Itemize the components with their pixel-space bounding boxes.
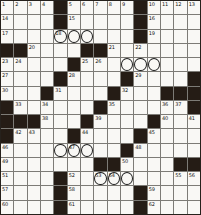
cell-r11c8[interactable]: [94, 144, 106, 157]
cell-r14c2[interactable]: [14, 186, 26, 199]
clue-number: 35: [109, 101, 115, 107]
cell-r3c5[interactable]: 18: [54, 30, 66, 43]
cell-r11c11[interactable]: 48: [134, 144, 146, 157]
clue-number: 47: [69, 144, 75, 150]
clue-number: 33: [15, 101, 21, 107]
cell-r10c4[interactable]: [41, 129, 53, 142]
block-r7c4: [41, 87, 53, 100]
cell-r6c7[interactable]: [81, 72, 93, 85]
cell-r5c9[interactable]: [108, 58, 120, 71]
cell-r3c14[interactable]: [174, 30, 186, 43]
cell-r2c13[interactable]: [161, 15, 173, 28]
cell-r13c11[interactable]: [134, 172, 146, 185]
circle-marker: [121, 58, 133, 71]
clue-number: 14: [2, 15, 8, 21]
cell-r4c10[interactable]: [121, 44, 133, 57]
cell-r8c6[interactable]: [68, 101, 80, 114]
cell-r3c4[interactable]: [41, 30, 53, 43]
cell-r13c15[interactable]: 56: [188, 172, 200, 185]
clue-number: 55: [175, 172, 181, 178]
cell-r10c5[interactable]: [54, 129, 66, 142]
cell-r6c6[interactable]: 28: [68, 72, 80, 85]
block-r15c5: [54, 201, 66, 214]
block-r10c6: [68, 129, 80, 142]
cell-r14c8[interactable]: [94, 186, 106, 199]
clue-number: 13: [189, 1, 195, 7]
cell-r10c14[interactable]: [174, 129, 186, 142]
clue-number: 56: [189, 172, 195, 178]
clue-number: 60: [2, 201, 8, 207]
clue-number: 2: [15, 1, 18, 7]
cell-r14c15[interactable]: [188, 186, 200, 199]
cell-r10c10[interactable]: [121, 129, 133, 142]
cell-r2c7[interactable]: [81, 15, 93, 28]
clue-number: 4: [42, 1, 45, 7]
clue-number: 53: [95, 172, 101, 178]
cell-r7c3[interactable]: [28, 87, 40, 100]
cell-r10c8[interactable]: [94, 129, 106, 142]
cell-r13c1[interactable]: 51: [1, 172, 13, 185]
cell-r4c15[interactable]: [188, 44, 200, 57]
cell-r8c4[interactable]: 34: [41, 101, 53, 114]
block-r7c13: [161, 87, 173, 100]
cell-r9c10[interactable]: [121, 115, 133, 128]
clue-number: 3: [29, 1, 32, 7]
cell-r15c13[interactable]: [161, 201, 173, 214]
block-r12c9: [108, 158, 120, 171]
cell-r11c6[interactable]: 47: [68, 144, 80, 157]
cell-r13c2[interactable]: [14, 172, 26, 185]
cell-r14c12[interactable]: 59: [148, 186, 160, 199]
clue-number: 42: [15, 129, 21, 135]
cell-r3c10[interactable]: [121, 30, 133, 43]
circle-marker: [54, 144, 66, 157]
clue-number: 16: [149, 15, 155, 21]
cell-r5c4[interactable]: [41, 58, 53, 71]
cell-r2c9[interactable]: [108, 15, 120, 28]
cell-r13c6[interactable]: 52: [68, 172, 80, 185]
cell-r5c14[interactable]: [174, 58, 186, 71]
cell-r10c2[interactable]: 42: [14, 129, 26, 142]
cell-r6c3[interactable]: [28, 72, 40, 85]
cell-r12c5[interactable]: [54, 158, 66, 171]
cell-r11c5[interactable]: [54, 144, 66, 157]
cell-r7c10[interactable]: 32: [121, 87, 133, 100]
cell-r1c3[interactable]: 3: [28, 1, 40, 14]
cell-r6c4[interactable]: [41, 72, 53, 85]
block-r9c12: [148, 115, 160, 128]
circle-marker: [134, 58, 146, 71]
cell-r7c2[interactable]: [14, 87, 26, 100]
cell-r7c7[interactable]: [81, 87, 93, 100]
block-r4c1: [1, 44, 13, 57]
cell-r8c2[interactable]: 33: [14, 101, 26, 114]
cell-r13c8[interactable]: 53: [94, 172, 106, 185]
cell-r3c15[interactable]: [188, 30, 200, 43]
cell-r13c13[interactable]: [161, 172, 173, 185]
clue-number: 8: [109, 1, 112, 7]
cell-r2c15[interactable]: [188, 15, 200, 28]
cell-r8c14[interactable]: 37: [174, 101, 186, 114]
cell-r12c6[interactable]: [68, 158, 80, 171]
block-r12c14: [174, 158, 186, 171]
cell-r13c7[interactable]: [81, 172, 93, 185]
cell-r12c7[interactable]: [81, 158, 93, 171]
cell-r9c4[interactable]: 38: [41, 115, 53, 128]
crossword-grid: 1234567891011121314151617181920212223242…: [0, 0, 201, 215]
clue-number: 11: [162, 1, 168, 7]
cell-r1c10[interactable]: 9: [121, 1, 133, 14]
clue-number: 27: [2, 72, 8, 78]
cell-r12c4[interactable]: [41, 158, 53, 171]
cell-r2c10[interactable]: [121, 15, 133, 28]
cell-r5c5[interactable]: [54, 58, 66, 71]
block-r9c2: [14, 115, 26, 128]
clue-number: 23: [2, 58, 8, 64]
cell-r6c9[interactable]: [108, 72, 120, 85]
cell-r2c2[interactable]: [14, 15, 26, 28]
block-r2c5: [54, 15, 66, 28]
clue-number: 9: [122, 1, 125, 7]
cell-r15c3[interactable]: [28, 201, 40, 214]
clue-number: 62: [149, 201, 155, 207]
cell-r12c10[interactable]: 50: [121, 158, 133, 171]
cell-r9c13[interactable]: 40: [161, 115, 173, 128]
cell-r6c12[interactable]: [148, 72, 160, 85]
block-r2c11: [134, 15, 146, 28]
cell-r6c2[interactable]: [14, 72, 26, 85]
cell-r2c3[interactable]: [28, 15, 40, 28]
cell-r15c8[interactable]: [94, 201, 106, 214]
cell-r5c15[interactable]: [188, 58, 200, 71]
cell-r9c5[interactable]: [54, 115, 66, 128]
cell-r4c14[interactable]: [174, 44, 186, 57]
clue-number: 44: [82, 129, 88, 135]
cell-r10c7[interactable]: 44: [81, 129, 93, 142]
cell-r6c8[interactable]: [94, 72, 106, 85]
cell-r9c15[interactable]: 41: [188, 115, 200, 128]
cell-r8c7[interactable]: [81, 101, 93, 114]
cell-r3c6[interactable]: [68, 30, 80, 43]
clue-number: 19: [149, 30, 155, 36]
cell-r3c3[interactable]: [28, 30, 40, 43]
cell-r8c3[interactable]: [28, 101, 40, 114]
cell-r5c3[interactable]: [28, 58, 40, 71]
cell-r13c14[interactable]: 55: [174, 172, 186, 185]
cell-r7c11[interactable]: [134, 87, 146, 100]
clue-number: 28: [69, 72, 75, 78]
clue-number: 26: [95, 58, 101, 64]
clue-number: 50: [122, 158, 128, 164]
cell-r13c4[interactable]: [41, 172, 53, 185]
clue-number: 25: [82, 58, 88, 64]
block-r6c5: [54, 72, 66, 85]
cell-r2c14[interactable]: [174, 15, 186, 28]
cell-r9c14[interactable]: [174, 115, 186, 128]
cell-r5c12[interactable]: [148, 58, 160, 71]
cell-r3c9[interactable]: [108, 30, 120, 43]
clue-number: 52: [69, 172, 75, 178]
cell-r2c8[interactable]: [94, 15, 106, 28]
cell-r9c8[interactable]: 39: [94, 115, 106, 128]
block-r11c10: [121, 144, 133, 157]
cell-r8c5[interactable]: [54, 101, 66, 114]
cell-r14c10[interactable]: [121, 186, 133, 199]
cell-r6c14[interactable]: [174, 72, 186, 85]
block-r14c5: [54, 186, 66, 199]
circle-marker: [68, 30, 80, 43]
clue-number: 39: [95, 115, 101, 121]
clue-number: 24: [15, 58, 21, 64]
cell-r8c10[interactable]: [121, 101, 133, 114]
clue-number: 37: [175, 101, 181, 107]
cell-r1c4[interactable]: 4: [41, 1, 53, 14]
block-r10c11: [134, 129, 146, 142]
block-r4c7: [81, 44, 93, 57]
cell-r1c6[interactable]: 5: [68, 1, 80, 14]
cell-r4c3[interactable]: 20: [28, 44, 40, 57]
cell-r3c8[interactable]: [94, 30, 106, 43]
block-r1c11: [134, 1, 146, 14]
clue-number: 57: [2, 186, 8, 192]
cell-r1c8[interactable]: 7: [94, 1, 106, 14]
cell-r1c14[interactable]: 12: [174, 1, 186, 14]
cell-r14c9[interactable]: [108, 186, 120, 199]
cell-r12c12[interactable]: [148, 158, 160, 171]
block-r9c7: [81, 115, 93, 128]
cell-r12c2[interactable]: [14, 158, 26, 171]
cell-r3c2[interactable]: [14, 30, 26, 43]
block-r12c8: [94, 158, 106, 171]
cell-r9c6[interactable]: [68, 115, 80, 128]
cell-r11c12[interactable]: [148, 144, 160, 157]
cell-r1c7[interactable]: 6: [81, 1, 93, 14]
cell-r11c3[interactable]: [28, 144, 40, 157]
cell-r11c4[interactable]: [41, 144, 53, 157]
clue-number: 43: [29, 129, 35, 135]
cell-r7c8[interactable]: [94, 87, 106, 100]
clue-number: 21: [109, 44, 115, 50]
cell-r15c4[interactable]: [41, 201, 53, 214]
cell-r4c5[interactable]: [54, 44, 66, 57]
clue-number: 30: [2, 87, 8, 93]
cell-r12c11[interactable]: [134, 158, 146, 171]
clue-number: 46: [2, 144, 8, 150]
block-r9c1: [1, 115, 13, 128]
cell-r3c12[interactable]: 19: [148, 30, 160, 43]
block-r4c8: [94, 44, 106, 57]
cell-r4c12[interactable]: [148, 44, 160, 57]
clue-number: 58: [69, 186, 75, 192]
block-r3c11: [134, 30, 146, 43]
block-r8c15: [188, 101, 200, 114]
cell-r7c1[interactable]: 30: [1, 87, 13, 100]
cell-r10c9[interactable]: [108, 129, 120, 142]
circle-marker: [121, 172, 133, 185]
cell-r9c9[interactable]: [108, 115, 120, 128]
cell-r11c13[interactable]: [161, 144, 173, 157]
clue-number: 12: [175, 1, 181, 7]
cell-r7c12[interactable]: [148, 87, 160, 100]
cell-r6c11[interactable]: 29: [134, 72, 146, 85]
block-r8c1: [1, 101, 13, 114]
cell-r15c6[interactable]: 61: [68, 201, 80, 214]
cell-r15c1[interactable]: 60: [1, 201, 13, 214]
clue-number: 32: [122, 87, 128, 93]
cell-r5c7[interactable]: 25: [81, 58, 93, 71]
block-r5c6: [68, 58, 80, 71]
circle-marker: [148, 58, 160, 71]
cell-r7c5[interactable]: 31: [54, 87, 66, 100]
clue-number: 7: [95, 1, 98, 7]
cell-r15c7[interactable]: [81, 201, 93, 214]
cell-r12c13[interactable]: [161, 158, 173, 171]
cell-r2c12[interactable]: 16: [148, 15, 160, 28]
cell-r4c6[interactable]: [68, 44, 80, 57]
cell-r5c10[interactable]: [121, 58, 133, 71]
cell-r6c1[interactable]: 27: [1, 72, 13, 85]
cell-r1c9[interactable]: 8: [108, 1, 120, 14]
cell-r11c7[interactable]: [81, 144, 93, 157]
cell-r11c1[interactable]: 46: [1, 144, 13, 157]
clue-number: 10: [149, 1, 155, 7]
cell-r1c1[interactable]: 1: [1, 1, 13, 14]
circle-marker: [81, 144, 93, 157]
block-r10c1: [1, 129, 13, 142]
clue-number: 6: [82, 1, 85, 7]
cell-r5c13[interactable]: [161, 58, 173, 71]
cell-r11c15[interactable]: [188, 144, 200, 157]
clue-number: 20: [29, 44, 35, 50]
block-r8c8: [94, 101, 106, 114]
cell-r13c3[interactable]: [28, 172, 40, 185]
clue-number: 31: [55, 87, 61, 93]
block-r7c15: [188, 87, 200, 100]
cell-r1c13[interactable]: 11: [161, 1, 173, 14]
cell-r4c13[interactable]: [161, 44, 173, 57]
cell-r8c9[interactable]: 35: [108, 101, 120, 114]
block-r6c10: [121, 72, 133, 85]
block-r12c15: [188, 158, 200, 171]
cell-r3c1[interactable]: 17: [1, 30, 13, 43]
cell-r3c7[interactable]: [81, 30, 93, 43]
cell-r15c12[interactable]: 62: [148, 201, 160, 214]
clue-number: 17: [2, 30, 8, 36]
cell-r10c3[interactable]: 43: [28, 129, 40, 142]
cell-r8c12[interactable]: [148, 101, 160, 114]
cell-r14c14[interactable]: [174, 186, 186, 199]
cell-r12c3[interactable]: [28, 158, 40, 171]
cell-r4c4[interactable]: [41, 44, 53, 57]
cell-r11c2[interactable]: [14, 144, 26, 157]
block-r9c3: [28, 115, 40, 128]
clue-number: 40: [162, 115, 168, 121]
clue-number: 15: [69, 15, 75, 21]
cell-r8c11[interactable]: [134, 101, 146, 114]
cell-r11c9[interactable]: [108, 144, 120, 157]
cell-r6c13[interactable]: [161, 72, 173, 85]
clue-number: 48: [135, 144, 141, 150]
clue-number: 22: [135, 44, 141, 50]
cell-r5c1[interactable]: 23: [1, 58, 13, 71]
cell-r4c9[interactable]: 21: [108, 44, 120, 57]
clue-number: 61: [69, 201, 75, 207]
block-r1c5: [54, 1, 66, 14]
cell-r15c2[interactable]: [14, 201, 26, 214]
clue-number: 18: [55, 30, 61, 36]
cell-r7c6[interactable]: [68, 87, 80, 100]
cell-r14c7[interactable]: [81, 186, 93, 199]
cell-r14c13[interactable]: [161, 186, 173, 199]
cell-r14c4[interactable]: [41, 186, 53, 199]
cell-r1c2[interactable]: 2: [14, 1, 26, 14]
cell-r15c9[interactable]: [108, 201, 120, 214]
cell-r15c14[interactable]: [174, 201, 186, 214]
cell-r14c3[interactable]: [28, 186, 40, 199]
cell-r2c6[interactable]: 15: [68, 15, 80, 28]
clue-number: 1: [2, 1, 5, 7]
clue-number: 29: [135, 72, 141, 78]
cell-r2c1[interactable]: 14: [1, 15, 13, 28]
clue-number: 5: [69, 1, 72, 7]
block-r6c15: [188, 72, 200, 85]
cell-r13c9[interactable]: 54: [108, 172, 120, 185]
clue-number: 34: [42, 101, 48, 107]
cell-r4c11[interactable]: 22: [134, 44, 146, 57]
cell-r11c14[interactable]: [174, 144, 186, 157]
cell-r3c13[interactable]: [161, 30, 173, 43]
clue-number: 36: [162, 101, 168, 107]
block-r4c2: [14, 44, 26, 57]
block-r15c11: [134, 201, 146, 214]
clue-number: 38: [42, 115, 48, 121]
cell-r13c10[interactable]: [121, 172, 133, 185]
cell-r14c1[interactable]: 57: [1, 186, 13, 199]
clue-number: 59: [149, 186, 155, 192]
circle-marker: [81, 30, 93, 43]
clue-number: 45: [149, 129, 155, 135]
cell-r1c12[interactable]: 10: [148, 1, 160, 14]
cell-r1c15[interactable]: 13: [188, 1, 200, 14]
block-r7c14: [174, 87, 186, 100]
clue-number: 51: [2, 172, 8, 178]
cell-r2c4[interactable]: [41, 15, 53, 28]
cell-r9c11[interactable]: [134, 115, 146, 128]
block-r14c11: [134, 186, 146, 199]
cell-r10c13[interactable]: [161, 129, 173, 142]
cell-r5c8[interactable]: 26: [94, 58, 106, 71]
cell-r8c13[interactable]: 36: [161, 101, 173, 114]
cell-r15c10[interactable]: [121, 201, 133, 214]
cell-r15c15[interactable]: [188, 201, 200, 214]
block-r7c9: [108, 87, 120, 100]
cell-r5c2[interactable]: 24: [14, 58, 26, 71]
cell-r12c1[interactable]: 49: [1, 158, 13, 171]
clue-number: 54: [109, 172, 115, 178]
clue-number: 49: [2, 158, 8, 164]
clue-number: 41: [189, 115, 195, 121]
cell-r5c11[interactable]: [134, 58, 146, 71]
block-r13c5: [54, 172, 66, 185]
cell-r14c6[interactable]: 58: [68, 186, 80, 199]
cell-r13c12[interactable]: [148, 172, 160, 185]
cell-r10c12[interactable]: 45: [148, 129, 160, 142]
cell-r10c15[interactable]: [188, 129, 200, 142]
